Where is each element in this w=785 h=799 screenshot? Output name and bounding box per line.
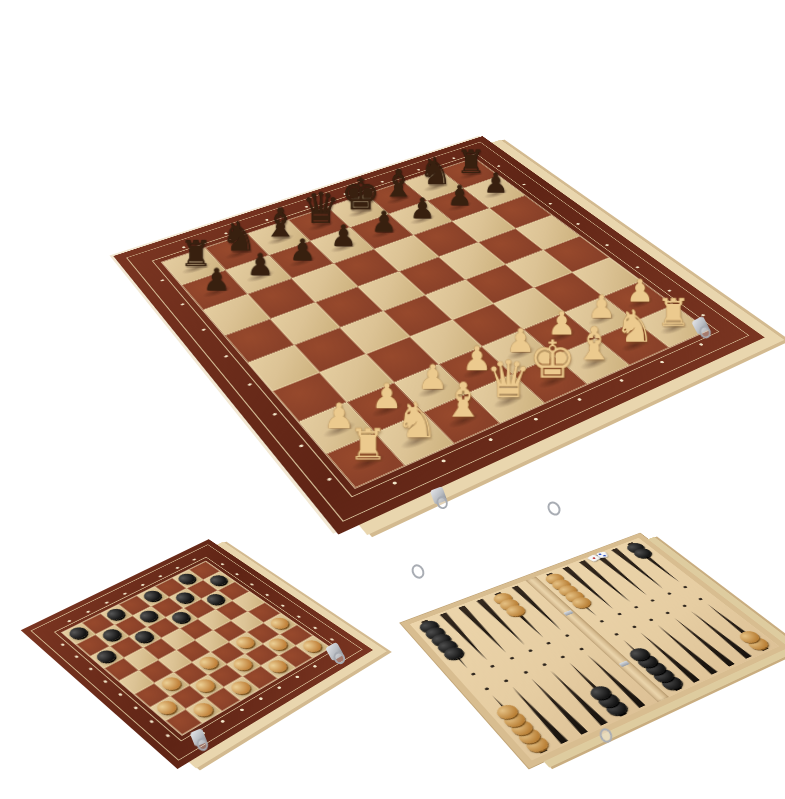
- chess-square-g5[interactable]: [478, 228, 543, 264]
- chess-square-a1[interactable]: ♜: [326, 433, 405, 488]
- chess-square-a7[interactable]: ♟: [182, 270, 248, 310]
- hinge-plate: [563, 610, 574, 616]
- point-1[interactable]: [690, 594, 774, 654]
- chess-grid: ♜♞♝♛♚♝♞♜♟♟♟♟♟♟♟♟♟♟♟♟♟♟♟♟♜♞♝♛♚♝♞♜: [162, 158, 708, 488]
- backgammon-box: [400, 533, 785, 768]
- tan-checker[interactable]: [744, 636, 771, 653]
- black-checker[interactable]: [441, 645, 467, 662]
- backgammon-board-tilt: [400, 533, 785, 768]
- product-photo: ♜♞♝♛♚♝♞♜♟♟♟♟♟♟♟♟♟♟♟♟♟♟♟♟♜♞♝♛♚♝♞♜: [0, 0, 785, 799]
- chess-board-tilt: ♜♞♝♛♚♝♞♜♟♟♟♟♟♟♟♟♟♟♟♟♟♟♟♟♜♞♝♛♚♝♞♜: [113, 136, 764, 534]
- checkers-board-section: [70, 515, 320, 765]
- light-checker[interactable]: [189, 701, 216, 720]
- backgammon-hook-left: [409, 562, 427, 581]
- piece-glyph: ♜: [327, 423, 409, 467]
- checkers-grid: [62, 561, 330, 735]
- checkers-square-r2c2[interactable]: [95, 625, 128, 646]
- dark-checker[interactable]: [66, 625, 91, 641]
- dark-checker[interactable]: [132, 629, 157, 645]
- checkers-square-r3c2[interactable]: [109, 636, 143, 658]
- chess-square-b4[interactable]: [295, 328, 366, 373]
- black-checker[interactable]: [634, 653, 661, 670]
- checkers-square-r3c3[interactable]: [128, 627, 161, 648]
- chess-board-section: ♜♞♝♛♚♝♞♜♟♟♟♟♟♟♟♟♟♟♟♟♟♟♟♟♜♞♝♛♚♝♞♜: [190, 60, 660, 530]
- die-pip: [593, 557, 596, 559]
- tan-checker[interactable]: [736, 629, 763, 645]
- hinge-plate: [618, 661, 629, 668]
- piece-glyph: ♟: [181, 265, 251, 296]
- light-checker[interactable]: [267, 615, 292, 631]
- backgammon-board-section: [442, 510, 742, 760]
- chess-board-frame: ♜♞♝♛♚♝♞♜♟♟♟♟♟♟♟♟♟♟♟♟♟♟♟♟♜♞♝♛♚♝♞♜: [113, 136, 764, 534]
